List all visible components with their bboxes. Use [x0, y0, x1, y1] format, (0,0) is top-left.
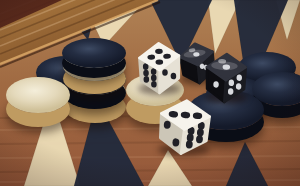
- white-die: [136, 39, 183, 95]
- backgammon-photo: [0, 0, 300, 186]
- checker-cream: [6, 77, 70, 113]
- checker-black: [62, 38, 126, 68]
- black-die: [203, 50, 249, 104]
- white-die: [155, 95, 215, 158]
- pieces-layer: [0, 0, 300, 186]
